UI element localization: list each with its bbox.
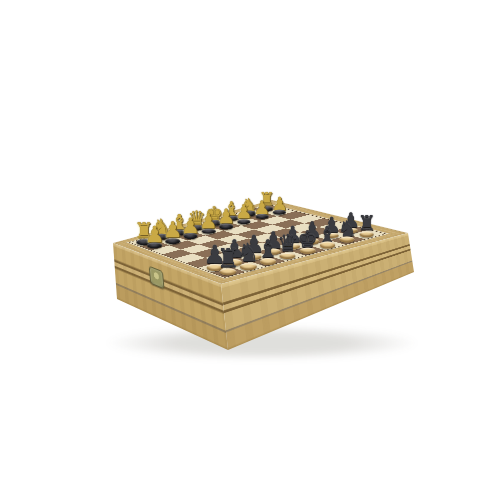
box-latch [149,266,165,290]
product-photo: ♜♞♝♛♚♝♞♜♟♟♟♟♟♟♟♟♟♟♟♟♟♟♟♟♜♞♝♛♚♝♞♜ [0,0,500,500]
